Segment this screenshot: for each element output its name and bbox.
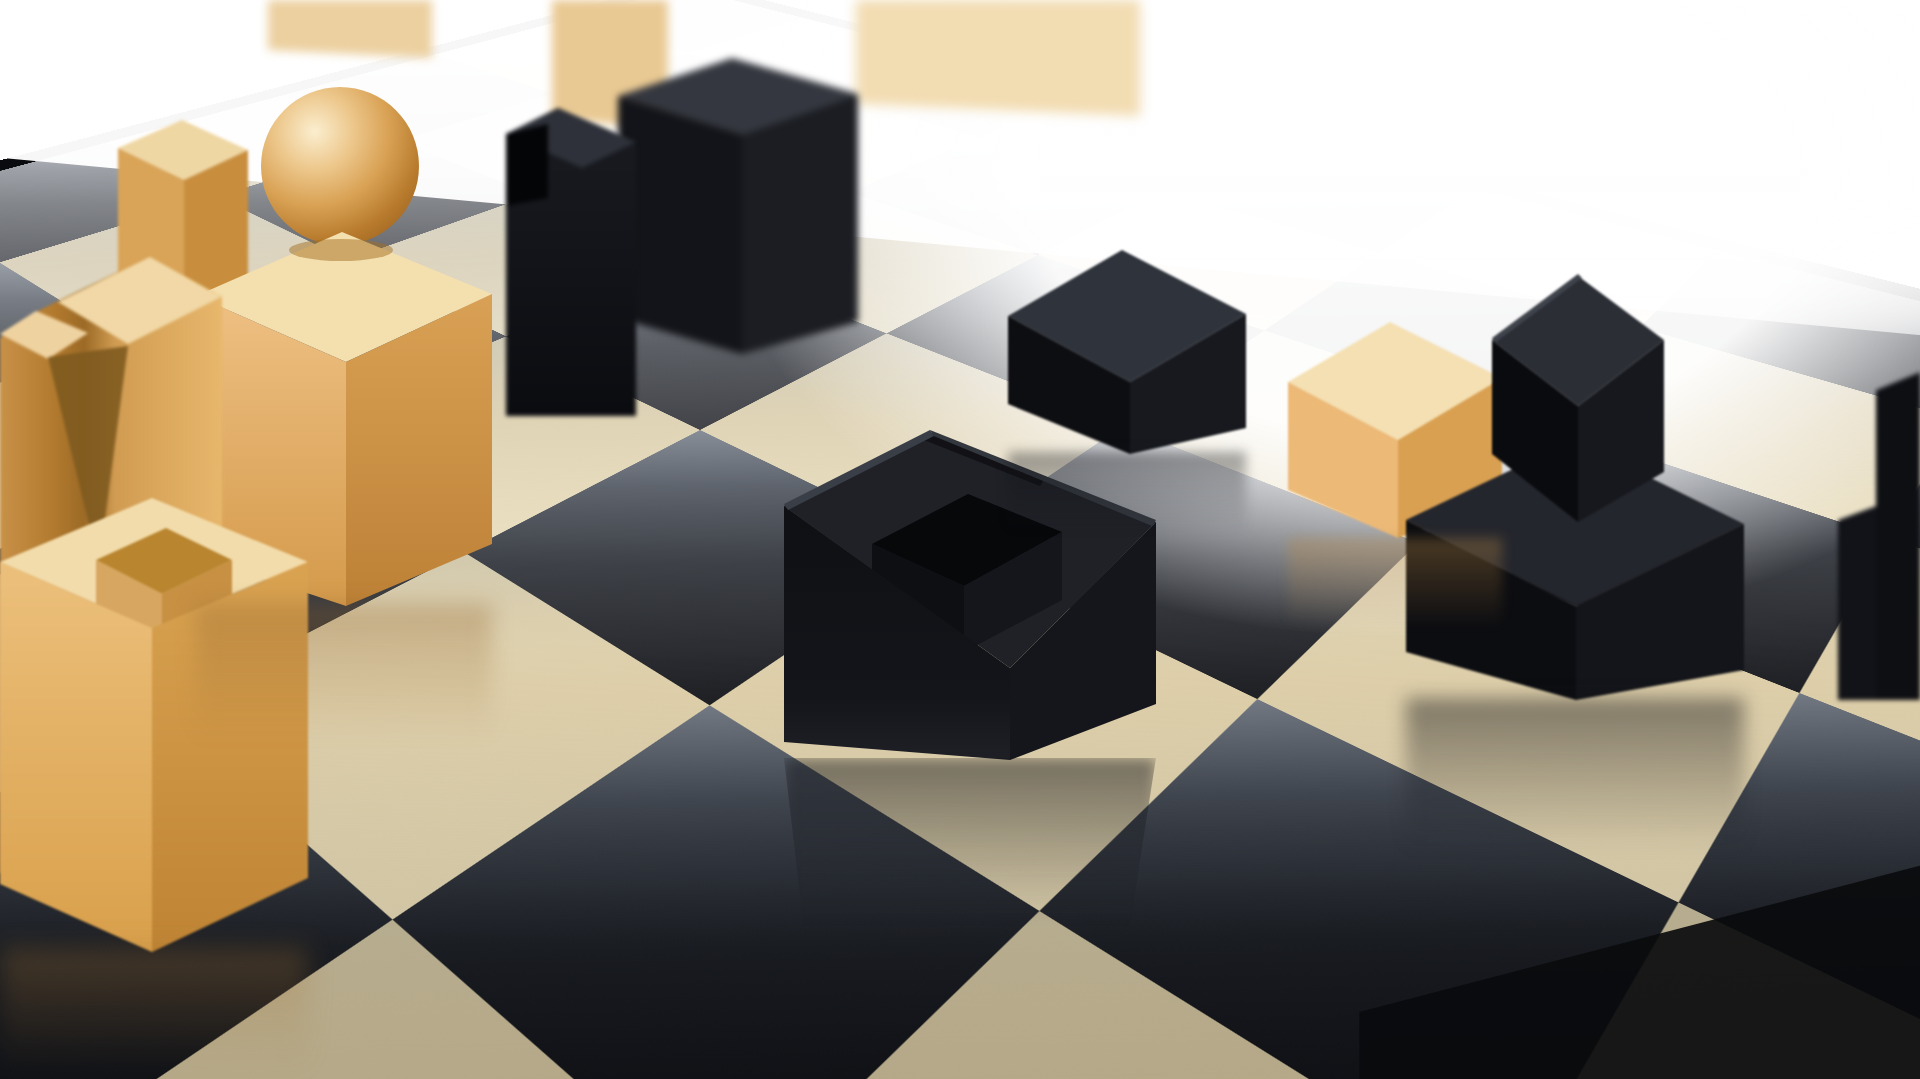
piece-black-knight[interactable]: [0, 0, 1920, 1079]
bauhaus-chess-photo: [0, 0, 1920, 1079]
